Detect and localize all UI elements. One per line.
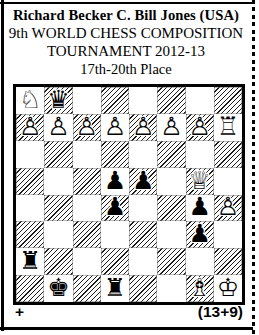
square-d1: ♜♜ bbox=[101, 275, 129, 302]
square-e8 bbox=[129, 87, 157, 114]
square-g4: ♟♟ bbox=[186, 195, 214, 222]
square-b3 bbox=[44, 221, 72, 248]
stipulation-label: + bbox=[15, 303, 24, 321]
white-pawn-e7: ♟♙ bbox=[129, 114, 157, 141]
square-f7: ♟♙ bbox=[157, 114, 185, 141]
placement-line: 17th-20th Place bbox=[4, 60, 248, 78]
white-pawn-b7: ♟♙ bbox=[44, 114, 72, 141]
square-a3 bbox=[16, 221, 44, 248]
frame-right-dashed-border bbox=[252, 0, 255, 335]
square-e1 bbox=[129, 275, 157, 302]
composers-line: Richard Becker C. Bill Jones (USA) bbox=[4, 6, 248, 24]
square-f5 bbox=[157, 168, 185, 195]
black-rook-a2: ♜♜ bbox=[16, 248, 44, 275]
square-a5 bbox=[16, 168, 44, 195]
white-pawn-a7: ♟♙ bbox=[16, 114, 44, 141]
square-e7: ♟♙ bbox=[129, 114, 157, 141]
square-h6 bbox=[214, 141, 242, 168]
piece-glyph: ♟ bbox=[188, 221, 210, 246]
square-h7: ♜♖ bbox=[214, 114, 242, 141]
square-h4: ♟♙ bbox=[214, 195, 242, 222]
square-a8: ♞♘ bbox=[16, 87, 44, 114]
piece-glyph: ♙ bbox=[132, 114, 154, 139]
piece-glyph: ♟ bbox=[132, 168, 154, 193]
piece-glyph: ♛ bbox=[47, 87, 69, 112]
piece-glyph: ♙ bbox=[104, 114, 126, 139]
square-h5 bbox=[214, 168, 242, 195]
black-queen-b8: ♛♛ bbox=[44, 87, 72, 114]
square-b7: ♟♙ bbox=[44, 114, 72, 141]
event-line-1: 9th WORLD CHESS COMPOSITION bbox=[4, 24, 248, 42]
piece-glyph: ♙ bbox=[19, 114, 41, 139]
caption-row: + (13+9) bbox=[15, 303, 243, 321]
square-e3 bbox=[129, 221, 157, 248]
frame-top-border bbox=[0, 2, 253, 5]
square-f2 bbox=[157, 248, 185, 275]
piece-glyph: ♟ bbox=[104, 194, 126, 219]
piece-glyph: ♜ bbox=[19, 248, 41, 273]
study-card: Richard Becker C. Bill Jones (USA) 9th W… bbox=[0, 0, 259, 335]
square-e5: ♟♟ bbox=[129, 168, 157, 195]
square-g3: ♟♟ bbox=[186, 221, 214, 248]
square-c3 bbox=[73, 221, 101, 248]
square-a6 bbox=[16, 141, 44, 168]
square-g6 bbox=[186, 141, 214, 168]
white-king-h1: ♚♔ bbox=[214, 275, 242, 302]
square-a7: ♟♙ bbox=[16, 114, 44, 141]
square-g7: ♟♙ bbox=[186, 114, 214, 141]
square-b2 bbox=[44, 248, 72, 275]
chess-board: ♞♘♛♛♟♙♟♙♟♙♟♙♟♙♟♙♟♙♜♖♟♟♟♟♛♕♟♟♟♟♟♙♟♟♜♜♚♚♜♜… bbox=[13, 84, 245, 305]
frame-bottom-border bbox=[0, 327, 253, 330]
square-e6 bbox=[129, 141, 157, 168]
square-d3 bbox=[101, 221, 129, 248]
square-c8 bbox=[73, 87, 101, 114]
black-pawn-d5: ♟♟ bbox=[101, 168, 129, 195]
header: Richard Becker C. Bill Jones (USA) 9th W… bbox=[4, 6, 248, 78]
piece-glyph: ♚ bbox=[47, 275, 69, 300]
square-f4 bbox=[157, 195, 185, 222]
piece-glyph: ♗ bbox=[188, 275, 210, 300]
square-b6 bbox=[44, 141, 72, 168]
event-line-2: TOURNAMENT 2012-13 bbox=[4, 42, 248, 60]
square-c5 bbox=[73, 168, 101, 195]
black-pawn-d4: ♟♟ bbox=[101, 195, 129, 222]
black-rook-d1: ♜♜ bbox=[101, 275, 129, 302]
white-queen-g5: ♛♕ bbox=[186, 168, 214, 195]
square-d5: ♟♟ bbox=[101, 168, 129, 195]
square-h3 bbox=[214, 221, 242, 248]
square-b8: ♛♛ bbox=[44, 87, 72, 114]
square-e4 bbox=[129, 195, 157, 222]
square-b5 bbox=[44, 168, 72, 195]
piece-glyph: ♘ bbox=[19, 87, 41, 112]
square-a2: ♜♜ bbox=[16, 248, 44, 275]
square-a1 bbox=[16, 275, 44, 302]
square-h2 bbox=[214, 248, 242, 275]
material-count: (13+9) bbox=[198, 303, 243, 321]
white-pawn-c7: ♟♙ bbox=[73, 114, 101, 141]
square-c1 bbox=[73, 275, 101, 302]
square-b4 bbox=[44, 195, 72, 222]
piece-glyph: ♕ bbox=[188, 168, 210, 193]
black-pawn-g3: ♟♟ bbox=[186, 221, 214, 248]
piece-glyph: ♙ bbox=[188, 114, 210, 139]
white-pawn-h4: ♟♙ bbox=[214, 195, 242, 222]
square-g8 bbox=[186, 87, 214, 114]
piece-glyph: ♙ bbox=[160, 114, 182, 139]
square-c4 bbox=[73, 195, 101, 222]
square-g2 bbox=[186, 248, 214, 275]
square-h8 bbox=[214, 87, 242, 114]
piece-glyph: ♔ bbox=[217, 275, 239, 300]
white-pawn-g7: ♟♙ bbox=[186, 114, 214, 141]
piece-glyph: ♙ bbox=[47, 114, 69, 139]
black-pawn-e5: ♟♟ bbox=[129, 168, 157, 195]
square-f8 bbox=[157, 87, 185, 114]
square-h1: ♚♔ bbox=[214, 275, 242, 302]
square-b1: ♚♚ bbox=[44, 275, 72, 302]
piece-glyph: ♟ bbox=[188, 194, 210, 219]
square-e2 bbox=[129, 248, 157, 275]
black-pawn-g4: ♟♟ bbox=[186, 195, 214, 222]
square-d4: ♟♟ bbox=[101, 195, 129, 222]
square-d6 bbox=[101, 141, 129, 168]
white-knight-a8: ♞♘ bbox=[16, 87, 44, 114]
square-f3 bbox=[157, 221, 185, 248]
piece-glyph: ♙ bbox=[217, 194, 239, 219]
square-c7: ♟♙ bbox=[73, 114, 101, 141]
square-c2 bbox=[73, 248, 101, 275]
square-f6 bbox=[157, 141, 185, 168]
white-pawn-d7: ♟♙ bbox=[101, 114, 129, 141]
square-g1: ♝♗ bbox=[186, 275, 214, 302]
square-d7: ♟♙ bbox=[101, 114, 129, 141]
square-c6 bbox=[73, 141, 101, 168]
piece-glyph: ♙ bbox=[75, 114, 97, 139]
white-pawn-f7: ♟♙ bbox=[157, 114, 185, 141]
piece-glyph: ♖ bbox=[217, 114, 239, 139]
square-f1 bbox=[157, 275, 185, 302]
piece-glyph: ♟ bbox=[104, 168, 126, 193]
white-bishop-g1: ♝♗ bbox=[186, 275, 214, 302]
square-g5: ♛♕ bbox=[186, 168, 214, 195]
square-d8 bbox=[101, 87, 129, 114]
white-rook-h7: ♜♖ bbox=[214, 114, 242, 141]
piece-glyph: ♜ bbox=[104, 275, 126, 300]
square-a4 bbox=[16, 195, 44, 222]
black-king-b1: ♚♚ bbox=[44, 275, 72, 302]
square-d2 bbox=[101, 248, 129, 275]
